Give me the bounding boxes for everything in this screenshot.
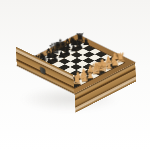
piece-white-pawn: ♟: [104, 52, 125, 62]
clasp-icon: [40, 67, 45, 75]
piece-black-rook: ♜: [69, 32, 90, 45]
chess-set-product-photo: ♜♞♝♛♚♝♞♜♟♟♟♟♟♟♟♟♟♟♟♟♟♟♟♟♜♞♝♛♚♝♞♜: [0, 0, 150, 150]
